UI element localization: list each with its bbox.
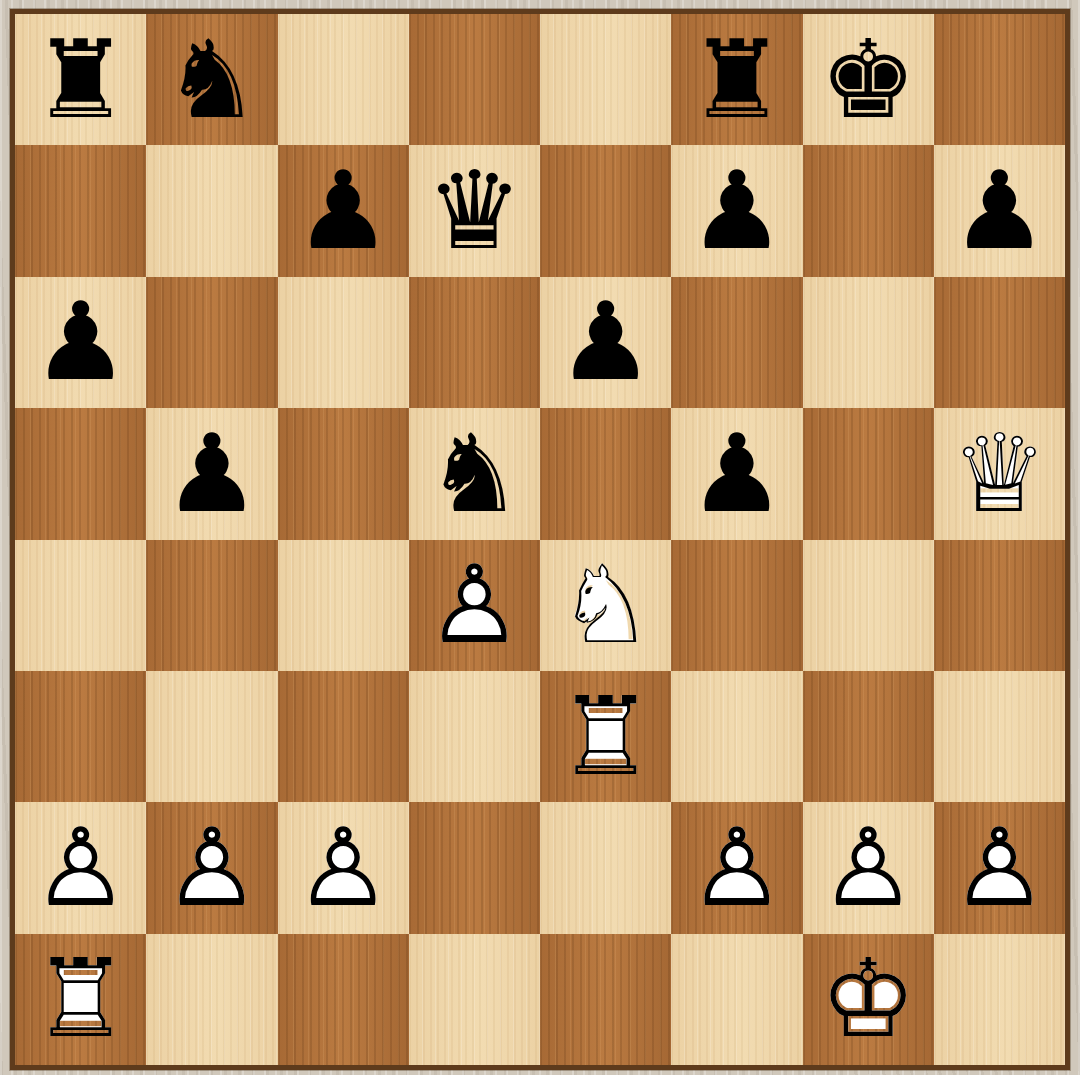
square-f2[interactable]: ♟♙ xyxy=(671,802,802,933)
square-b8[interactable]: ♞ xyxy=(146,14,277,145)
square-g3[interactable] xyxy=(803,671,934,802)
piece-white-rook[interactable]: ♜♖ xyxy=(557,683,654,791)
square-h6[interactable] xyxy=(934,277,1065,408)
piece-white-pawn[interactable]: ♟♙ xyxy=(163,814,260,922)
black-knight-glyph: ♞ xyxy=(426,420,523,528)
piece-black-king[interactable]: ♚ xyxy=(820,26,917,134)
square-e6[interactable]: ♟ xyxy=(540,277,671,408)
white-queen-outline: ♕ xyxy=(951,420,1048,528)
square-a8[interactable]: ♜ xyxy=(15,14,146,145)
square-g8[interactable]: ♚ xyxy=(803,14,934,145)
square-h3[interactable] xyxy=(934,671,1065,802)
black-pawn-glyph: ♟ xyxy=(951,157,1048,265)
piece-white-pawn[interactable]: ♟♙ xyxy=(426,551,523,659)
square-c8[interactable] xyxy=(278,14,409,145)
square-e5[interactable] xyxy=(540,408,671,539)
piece-black-queen[interactable]: ♛ xyxy=(426,157,523,265)
piece-black-rook[interactable]: ♜ xyxy=(688,26,785,134)
black-pawn-glyph: ♟ xyxy=(295,157,392,265)
square-d3[interactable] xyxy=(409,671,540,802)
piece-white-pawn[interactable]: ♟♙ xyxy=(820,814,917,922)
square-c4[interactable] xyxy=(278,540,409,671)
square-b7[interactable] xyxy=(146,145,277,276)
square-g4[interactable] xyxy=(803,540,934,671)
piece-white-pawn[interactable]: ♟♙ xyxy=(32,814,129,922)
square-f7[interactable]: ♟ xyxy=(671,145,802,276)
square-f5[interactable]: ♟ xyxy=(671,408,802,539)
square-b6[interactable] xyxy=(146,277,277,408)
square-d8[interactable] xyxy=(409,14,540,145)
square-c2[interactable]: ♟♙ xyxy=(278,802,409,933)
piece-black-pawn[interactable]: ♟ xyxy=(557,288,654,396)
square-e1[interactable] xyxy=(540,934,671,1065)
square-e2[interactable] xyxy=(540,802,671,933)
piece-white-pawn[interactable]: ♟♙ xyxy=(951,814,1048,922)
square-a3[interactable] xyxy=(15,671,146,802)
white-pawn-outline: ♙ xyxy=(688,814,785,922)
square-f8[interactable]: ♜ xyxy=(671,14,802,145)
white-pawn-outline: ♙ xyxy=(295,814,392,922)
square-c3[interactable] xyxy=(278,671,409,802)
white-pawn-outline: ♙ xyxy=(163,814,260,922)
square-e7[interactable] xyxy=(540,145,671,276)
square-c6[interactable] xyxy=(278,277,409,408)
piece-black-pawn[interactable]: ♟ xyxy=(32,288,129,396)
piece-black-pawn[interactable]: ♟ xyxy=(295,157,392,265)
piece-white-pawn[interactable]: ♟♙ xyxy=(295,814,392,922)
square-h8[interactable] xyxy=(934,14,1065,145)
square-f6[interactable] xyxy=(671,277,802,408)
square-d1[interactable] xyxy=(409,934,540,1065)
black-rook-glyph: ♜ xyxy=(688,26,785,134)
square-e4[interactable]: ♞♘ xyxy=(540,540,671,671)
white-king-outline: ♔ xyxy=(820,945,917,1053)
piece-white-rook[interactable]: ♜♖ xyxy=(32,945,129,1053)
square-a7[interactable] xyxy=(15,145,146,276)
piece-black-knight[interactable]: ♞ xyxy=(163,26,260,134)
square-b1[interactable] xyxy=(146,934,277,1065)
square-f3[interactable] xyxy=(671,671,802,802)
piece-black-pawn[interactable]: ♟ xyxy=(163,420,260,528)
piece-white-pawn[interactable]: ♟♙ xyxy=(688,814,785,922)
white-pawn-outline: ♙ xyxy=(426,551,523,659)
square-f4[interactable] xyxy=(671,540,802,671)
square-d7[interactable]: ♛ xyxy=(409,145,540,276)
piece-black-pawn[interactable]: ♟ xyxy=(688,420,785,528)
square-d5[interactable]: ♞ xyxy=(409,408,540,539)
square-a1[interactable]: ♜♖ xyxy=(15,934,146,1065)
square-f1[interactable] xyxy=(671,934,802,1065)
square-d6[interactable] xyxy=(409,277,540,408)
square-e3[interactable]: ♜♖ xyxy=(540,671,671,802)
square-h4[interactable] xyxy=(934,540,1065,671)
square-g6[interactable] xyxy=(803,277,934,408)
square-d4[interactable]: ♟♙ xyxy=(409,540,540,671)
black-pawn-glyph: ♟ xyxy=(688,157,785,265)
square-b5[interactable]: ♟ xyxy=(146,408,277,539)
black-pawn-glyph: ♟ xyxy=(163,420,260,528)
white-rook-outline: ♖ xyxy=(557,683,654,791)
square-g1[interactable]: ♚♔ xyxy=(803,934,934,1065)
piece-white-queen[interactable]: ♛♕ xyxy=(951,420,1048,528)
square-g7[interactable] xyxy=(803,145,934,276)
square-c5[interactable] xyxy=(278,408,409,539)
black-pawn-glyph: ♟ xyxy=(688,420,785,528)
piece-black-pawn[interactable]: ♟ xyxy=(951,157,1048,265)
black-queen-glyph: ♛ xyxy=(426,157,523,265)
square-h7[interactable]: ♟ xyxy=(934,145,1065,276)
square-c1[interactable] xyxy=(278,934,409,1065)
piece-black-knight[interactable]: ♞ xyxy=(426,420,523,528)
square-h1[interactable] xyxy=(934,934,1065,1065)
white-pawn-outline: ♙ xyxy=(951,814,1048,922)
square-a5[interactable] xyxy=(15,408,146,539)
white-rook-outline: ♖ xyxy=(32,945,129,1053)
square-e8[interactable] xyxy=(540,14,671,145)
square-a4[interactable] xyxy=(15,540,146,671)
black-rook-glyph: ♜ xyxy=(32,26,129,134)
square-d2[interactable] xyxy=(409,802,540,933)
square-b3[interactable] xyxy=(146,671,277,802)
black-pawn-glyph: ♟ xyxy=(557,288,654,396)
square-g2[interactable]: ♟♙ xyxy=(803,802,934,933)
white-pawn-outline: ♙ xyxy=(32,814,129,922)
page-background: { "game": "chess", "board_view": { "orie… xyxy=(0,0,1080,1075)
square-h2[interactable]: ♟♙ xyxy=(934,802,1065,933)
square-g5[interactable] xyxy=(803,408,934,539)
white-pawn-outline: ♙ xyxy=(820,814,917,922)
white-knight-outline: ♘ xyxy=(557,551,654,659)
black-knight-glyph: ♞ xyxy=(163,26,260,134)
piece-white-king[interactable]: ♚♔ xyxy=(820,945,917,1053)
black-king-glyph: ♚ xyxy=(820,26,917,134)
square-h5[interactable]: ♛♕ xyxy=(934,408,1065,539)
square-b4[interactable] xyxy=(146,540,277,671)
square-c7[interactable]: ♟ xyxy=(278,145,409,276)
square-a2[interactable]: ♟♙ xyxy=(15,802,146,933)
square-a6[interactable]: ♟ xyxy=(15,277,146,408)
piece-black-rook[interactable]: ♜ xyxy=(32,26,129,134)
piece-black-pawn[interactable]: ♟ xyxy=(688,157,785,265)
piece-white-knight[interactable]: ♞♘ xyxy=(557,551,654,659)
black-pawn-glyph: ♟ xyxy=(32,288,129,396)
chess-board: ♜♞♜♚♟♛♟♟♟♟♟♞♟♛♕♟♙♞♘♜♖♟♙♟♙♟♙♟♙♟♙♟♙♜♖♚♔ xyxy=(10,9,1070,1070)
square-b2[interactable]: ♟♙ xyxy=(146,802,277,933)
